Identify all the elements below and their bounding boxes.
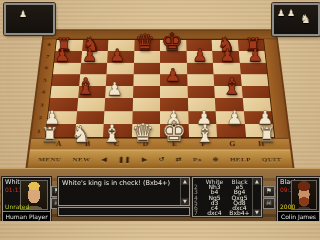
square-h5[interactable] — [240, 74, 268, 86]
square-d4[interactable] — [133, 86, 160, 98]
scroll-up-icon[interactable]: ▲ — [181, 178, 189, 185]
piece-black-pawn-c7[interactable]: ♟ — [110, 47, 125, 64]
white-rating: Unrated — [5, 204, 29, 210]
piece-white-bishop-f1[interactable]: ♝ — [194, 122, 216, 146]
captured-tray-left: ♟ — [4, 3, 55, 35]
pause-button[interactable]: ❚❚ — [118, 157, 131, 163]
new-button[interactable]: NEW — [72, 157, 90, 163]
move-list: WhiteBlack2Nh3e53b4Bg44Ng5Qxg55d3Qd86c4d… — [192, 177, 262, 217]
piece-white-pawn-c4[interactable]: ♟ — [107, 80, 123, 98]
message-box: White's king is in check! (Bxb4+) ▲ ▼ — [58, 177, 190, 206]
input-strip[interactable] — [58, 207, 190, 216]
help-button[interactable]: HELP — [230, 157, 251, 163]
move-black: Bxb4+ — [227, 210, 252, 215]
move-list-scrollbar[interactable]: ▲ ▼ — [252, 178, 261, 216]
piece-white-rook-a1[interactable]: ♜ — [41, 125, 60, 146]
status-panel: White 01:11 Unrated Human Player ⚑☠ Whit… — [0, 168, 320, 221]
captured-pawn-icon: ♟ — [277, 8, 285, 18]
move-white: dxc4 — [202, 210, 227, 215]
captured-pawn-icon: ♟ — [287, 8, 295, 18]
black-player-name: Colin James — [278, 211, 319, 221]
piece-black-pawn-g7[interactable]: ♟ — [220, 47, 235, 64]
piece-black-bishop-b4[interactable]: ♝ — [75, 75, 95, 98]
move-grid: WhiteBlack2Nh3e53b4Bg44Ng5Qxg55d3Qd86c4d… — [194, 179, 252, 215]
captured-knight-icon: ♞ — [300, 12, 311, 26]
black-rating: 2000 — [280, 204, 295, 210]
piece-white-queen-d1[interactable]: ♛ — [131, 120, 154, 146]
menu-button[interactable]: MENU — [38, 157, 62, 163]
flag-button[interactable]: ⚑ — [263, 186, 275, 197]
board-toolbar: MENUNEW◀❚❚▶↺⇄Pa⊕HELPQUIT — [27, 150, 292, 170]
square-c3[interactable] — [104, 98, 132, 111]
square-d3[interactable] — [132, 98, 160, 111]
file-labels: ABCDEFGH — [30, 138, 290, 150]
square-f5[interactable] — [187, 74, 214, 86]
square-d6[interactable] — [133, 62, 160, 74]
piece-white-king-e1[interactable]: ♚ — [161, 118, 186, 146]
piece-black-pawn-b7[interactable]: ♟ — [82, 47, 97, 64]
square-e4[interactable] — [160, 86, 187, 98]
piece-black-pawn-e5[interactable]: ♟ — [165, 67, 181, 85]
piece-black-pawn-h7[interactable]: ♟ — [247, 47, 262, 64]
board-frame-top — [44, 31, 276, 40]
step-back-button[interactable]: ◀ — [101, 157, 107, 163]
piece-white-bishop-c1[interactable]: ♝ — [101, 122, 123, 146]
message-scrollbar[interactable]: ▲ ▼ — [180, 178, 189, 205]
white-player-name: Human Player — [3, 211, 50, 221]
scroll-down-icon[interactable]: ▼ — [253, 209, 261, 216]
move-number: 7 — [194, 210, 202, 215]
captured-tray-right: ♟♟♞ — [272, 3, 320, 36]
piece-white-knight-b1[interactable]: ♞ — [71, 123, 92, 146]
file-label-G: G — [218, 139, 248, 150]
flip-view-button[interactable]: ⇄ — [176, 157, 182, 163]
target-button[interactable]: ⊕ — [213, 157, 220, 163]
player-card-white: White 01:11 Unrated Human Player — [2, 177, 51, 221]
piece-black-pawn-f7[interactable]: ♟ — [192, 47, 207, 64]
player-card-black: Black 09:23 2000 Colin James — [277, 177, 320, 221]
skull-button[interactable]: ☠ — [263, 198, 275, 209]
piece-black-king-e8[interactable]: ♚ — [161, 30, 183, 54]
step-forward-button[interactable]: ▶ — [142, 157, 148, 163]
black-tool-buttons: ⚑☠ — [263, 186, 275, 209]
piece-black-queen-d8[interactable]: ♛ — [135, 31, 155, 54]
palette-button[interactable]: Pa — [193, 157, 202, 163]
square-f4[interactable] — [187, 86, 215, 98]
captured-pawn-icon: ♟ — [19, 9, 27, 19]
rotate-board-button[interactable]: ↺ — [159, 157, 165, 163]
status-message: White's king is in check! (Bxb4+) — [62, 180, 180, 187]
piece-white-rook-h1[interactable]: ♜ — [258, 125, 277, 146]
piece-black-pawn-a7[interactable]: ♟ — [54, 47, 69, 64]
scroll-up-icon[interactable]: ▲ — [253, 178, 261, 185]
quit-button[interactable]: QUIT — [262, 157, 282, 163]
piece-black-bishop-g4[interactable]: ♝ — [222, 75, 242, 98]
square-d5[interactable] — [133, 74, 160, 86]
scroll-down-icon[interactable]: ▼ — [181, 198, 189, 205]
piece-white-pawn-g2[interactable]: ♟ — [226, 109, 243, 128]
square-h4[interactable] — [241, 86, 269, 98]
square-b3[interactable] — [77, 98, 105, 111]
